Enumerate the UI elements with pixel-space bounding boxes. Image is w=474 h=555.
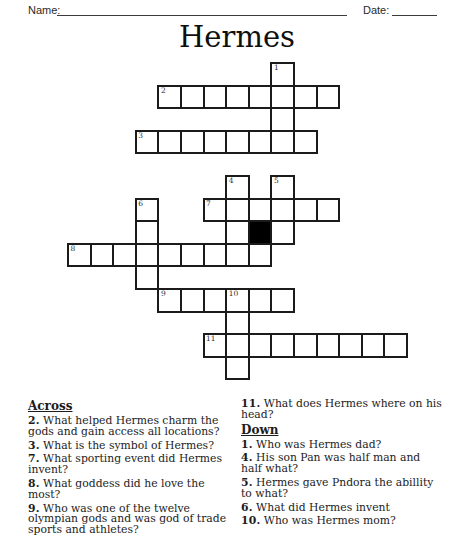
crossword-cell[interactable] [225, 311, 250, 336]
crossword-cell[interactable] [180, 288, 205, 313]
cell-number: 7 [206, 199, 211, 208]
crossword-cell[interactable] [225, 220, 250, 245]
crossword-cell[interactable] [225, 198, 250, 223]
crossword-cell[interactable] [270, 288, 295, 313]
crossword-cell[interactable]: 6 [135, 198, 160, 223]
crossword-cell[interactable]: 5 [270, 175, 295, 200]
worksheet-page: Name: Date: Hermes 1234567891011 Across2… [0, 0, 474, 555]
cell-number: 3 [138, 131, 143, 140]
crossword-cell[interactable] [248, 85, 273, 110]
crossword-cell[interactable] [270, 130, 295, 155]
cell-number: 2 [161, 86, 166, 95]
crossword-cell[interactable] [338, 333, 363, 358]
crossword-cell[interactable] [112, 243, 137, 268]
crossword-cell[interactable] [270, 333, 295, 358]
clue-item: 11. What does Hermes where on his head? [241, 399, 457, 421]
crossword-cell[interactable] [203, 243, 228, 268]
crossword-cell[interactable] [316, 198, 341, 223]
date-line[interactable] [392, 3, 437, 16]
clue-item: 9. Who was one of the twelve olympian go… [28, 504, 233, 536]
clue-number: 2. [28, 414, 40, 427]
cell-number: 10 [229, 289, 239, 298]
clue-number: 1. [241, 438, 253, 451]
crossword-cell[interactable]: 10 [225, 288, 250, 313]
across-heading: Across [28, 400, 233, 413]
clue-number: 3. [28, 439, 40, 452]
crossword-cell[interactable] [225, 356, 250, 381]
clue-item: 6. What did Hermes invent [241, 503, 457, 514]
crossword-cell[interactable] [270, 220, 295, 245]
crossword-cell[interactable]: 7 [203, 198, 228, 223]
crossword-cell[interactable] [225, 243, 250, 268]
crossword-cell[interactable]: 8 [67, 243, 92, 268]
crossword-cell[interactable] [293, 198, 318, 223]
clue-item: 1. Who was Hermes dad? [241, 440, 457, 451]
clue-item: 7. What sporting event did Hermes invent… [28, 454, 233, 476]
clues-column-across: Across2. What helped Hermes charm the go… [28, 399, 233, 539]
clue-item: 5. Hermes gave Pndora the abillity to wh… [241, 478, 457, 500]
cell-number: 8 [71, 244, 76, 253]
clue-item: 3. What is the symbol of Hermes? [28, 441, 233, 452]
crossword-cell[interactable] [293, 85, 318, 110]
black-cell [248, 220, 273, 245]
clue-item: 2. What helped Hermes charm the gods and… [28, 416, 233, 438]
crossword-cell[interactable] [248, 198, 273, 223]
crossword-cell[interactable] [293, 333, 318, 358]
crossword-cell[interactable] [225, 333, 250, 358]
clue-number: 4. [241, 451, 253, 464]
date-label: Date: [363, 4, 389, 16]
name-line[interactable] [57, 3, 347, 16]
crossword-cell[interactable] [180, 243, 205, 268]
clue-number: 5. [241, 476, 253, 489]
crossword-cell[interactable]: 11 [203, 333, 228, 358]
crossword-cell[interactable] [203, 85, 228, 110]
crossword-cell[interactable] [135, 265, 160, 290]
crossword-cell[interactable] [293, 130, 318, 155]
crossword-cell[interactable] [383, 333, 408, 358]
crossword-cell[interactable] [270, 107, 295, 132]
crossword-cell[interactable] [316, 333, 341, 358]
crossword-cell[interactable] [248, 333, 273, 358]
cell-number: 1 [274, 63, 279, 72]
clue-number: 8. [28, 477, 40, 490]
clue-item: 4. His son Pan was half man and half wha… [241, 453, 457, 475]
crossword-cell[interactable] [157, 130, 182, 155]
cell-number: 4 [229, 176, 234, 185]
crossword-cell[interactable] [135, 220, 160, 245]
cell-number: 6 [138, 199, 143, 208]
crossword-cell[interactable] [248, 243, 273, 268]
cell-number: 11 [206, 334, 216, 343]
crossword-cell[interactable] [157, 243, 182, 268]
crossword-cell[interactable] [270, 85, 295, 110]
crossword-cell[interactable] [180, 130, 205, 155]
crossword-cell[interactable] [248, 130, 273, 155]
clue-number: 11. [241, 397, 260, 410]
crossword-cell[interactable] [270, 198, 295, 223]
crossword-cell[interactable] [135, 243, 160, 268]
clue-number: 6. [241, 501, 253, 514]
crossword-cell[interactable] [90, 243, 115, 268]
crossword-cell[interactable] [225, 130, 250, 155]
crossword-cell[interactable] [248, 288, 273, 313]
crossword-cell[interactable]: 1 [270, 62, 295, 87]
crossword-cell[interactable]: 3 [135, 130, 160, 155]
down-heading: Down [241, 424, 457, 437]
clues-column-down: 11. What does Hermes where on his head?D… [241, 399, 457, 530]
crossword-cell[interactable]: 9 [157, 288, 182, 313]
name-label: Name: [28, 4, 60, 16]
crossword-cell[interactable]: 4 [225, 175, 250, 200]
cell-number: 5 [274, 176, 279, 185]
clue-number: 7. [28, 452, 40, 465]
crossword-cell[interactable] [180, 85, 205, 110]
clue-item: 8. What goddess did he love the most? [28, 479, 233, 501]
crossword-cell[interactable] [225, 85, 250, 110]
crossword-cell[interactable] [361, 333, 386, 358]
crossword-cell[interactable] [316, 85, 341, 110]
crossword-cell[interactable] [203, 288, 228, 313]
crossword-cell[interactable]: 2 [157, 85, 182, 110]
clue-number: 10. [241, 514, 260, 527]
crossword-cell[interactable] [203, 130, 228, 155]
clue-item: 10. Who was Hermes mom? [241, 516, 457, 527]
puzzle-title: Hermes [0, 20, 474, 54]
crossword-grid: 1234567891011 [67, 62, 408, 380]
clue-number: 9. [28, 502, 40, 515]
cell-number: 9 [161, 289, 166, 298]
